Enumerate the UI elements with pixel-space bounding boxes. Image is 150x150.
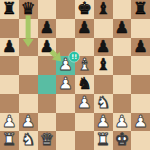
- square-f2[interactable]: ♟: [94, 113, 113, 132]
- square-b5[interactable]: [19, 56, 38, 75]
- piece-white-pawn-b2[interactable]: ♟: [21, 113, 36, 132]
- piece-white-queen-c1[interactable]: ♛: [39, 131, 54, 150]
- piece-white-knight-b1[interactable]: ♞: [21, 131, 36, 150]
- square-g3[interactable]: [113, 94, 132, 113]
- square-c5[interactable]: [38, 56, 57, 75]
- square-g7[interactable]: ♟: [113, 19, 132, 38]
- square-f6[interactable]: ♟: [94, 38, 113, 57]
- piece-white-pawn-e3[interactable]: ♟: [77, 94, 92, 113]
- square-g2[interactable]: ♟: [113, 113, 132, 132]
- square-d2[interactable]: [56, 113, 75, 132]
- square-d6[interactable]: [56, 38, 75, 57]
- square-d3[interactable]: [56, 94, 75, 113]
- square-e6[interactable]: [75, 38, 94, 57]
- chess-board-stage: ♜♛♚♝♜♟♟♟♟♟♟♟♟♝♝♟♞♟♞♟♟♟♟♟♜♞♛♜♚ !!: [0, 0, 150, 150]
- square-e2[interactable]: [75, 113, 94, 132]
- square-d7[interactable]: [56, 19, 75, 38]
- piece-white-pawn-d4[interactable]: ♟: [58, 75, 73, 94]
- square-g5[interactable]: [113, 56, 132, 75]
- square-e3[interactable]: ♟: [75, 94, 94, 113]
- square-b6[interactable]: [19, 38, 38, 57]
- square-h3[interactable]: [131, 94, 150, 113]
- square-h6[interactable]: ♟: [131, 38, 150, 57]
- square-g6[interactable]: [113, 38, 132, 57]
- piece-black-pawn-c7[interactable]: ♟: [39, 19, 54, 38]
- square-f5[interactable]: ♝: [94, 56, 113, 75]
- square-h8[interactable]: ♜: [131, 0, 150, 19]
- piece-black-pawn-a6[interactable]: ♟: [2, 38, 17, 57]
- piece-black-pawn-c6[interactable]: ♟: [39, 38, 54, 57]
- square-b2[interactable]: ♟: [19, 113, 38, 132]
- piece-white-rook-a1[interactable]: ♜: [2, 131, 17, 150]
- square-d5[interactable]: ♟: [56, 56, 75, 75]
- piece-white-bishop-e5[interactable]: ♝: [77, 56, 92, 75]
- piece-black-queen-b8[interactable]: ♛: [21, 0, 36, 19]
- square-a6[interactable]: ♟: [0, 38, 19, 57]
- square-h4[interactable]: [131, 75, 150, 94]
- square-c1[interactable]: ♛: [38, 131, 57, 150]
- piece-black-king-e8[interactable]: ♚: [77, 0, 92, 19]
- piece-black-bishop-f8[interactable]: ♝: [96, 0, 111, 19]
- piece-black-bishop-f5[interactable]: ♝: [96, 56, 111, 75]
- square-e5[interactable]: ♝: [75, 56, 94, 75]
- square-f7[interactable]: [94, 19, 113, 38]
- square-b8[interactable]: ♛: [19, 0, 38, 19]
- piece-black-pawn-e7[interactable]: ♟: [77, 19, 92, 38]
- square-c4[interactable]: [38, 75, 57, 94]
- chess-board: ♜♛♚♝♜♟♟♟♟♟♟♟♟♝♝♟♞♟♞♟♟♟♟♟♜♞♛♜♚: [0, 0, 150, 150]
- square-e8[interactable]: ♚: [75, 0, 94, 19]
- square-a7[interactable]: [0, 19, 19, 38]
- piece-white-pawn-f2[interactable]: ♟: [96, 113, 111, 132]
- square-b7[interactable]: [19, 19, 38, 38]
- square-b1[interactable]: ♞: [19, 131, 38, 150]
- square-e7[interactable]: ♟: [75, 19, 94, 38]
- piece-black-rook-a8[interactable]: ♜: [2, 0, 17, 19]
- piece-white-pawn-h2[interactable]: ♟: [133, 113, 148, 132]
- square-a8[interactable]: ♜: [0, 0, 19, 19]
- square-a2[interactable]: ♟: [0, 113, 19, 132]
- square-f3[interactable]: ♞: [94, 94, 113, 113]
- square-d1[interactable]: [56, 131, 75, 150]
- square-c8[interactable]: [38, 0, 57, 19]
- square-g8[interactable]: [113, 0, 132, 19]
- square-g4[interactable]: [113, 75, 132, 94]
- square-g1[interactable]: ♚: [113, 131, 132, 150]
- piece-black-pawn-g7[interactable]: ♟: [114, 19, 129, 38]
- square-a4[interactable]: [0, 75, 19, 94]
- square-h5[interactable]: [131, 56, 150, 75]
- square-c2[interactable]: [38, 113, 57, 132]
- square-a3[interactable]: [0, 94, 19, 113]
- piece-black-pawn-f6[interactable]: ♟: [96, 38, 111, 57]
- square-d8[interactable]: [56, 0, 75, 19]
- square-h2[interactable]: ♟: [131, 113, 150, 132]
- square-e1[interactable]: [75, 131, 94, 150]
- square-f1[interactable]: ♜: [94, 131, 113, 150]
- square-c3[interactable]: [38, 94, 57, 113]
- square-b4[interactable]: [19, 75, 38, 94]
- square-f4[interactable]: [94, 75, 113, 94]
- square-h1[interactable]: [131, 131, 150, 150]
- square-h7[interactable]: [131, 19, 150, 38]
- square-e4[interactable]: ♞: [75, 75, 94, 94]
- piece-white-rook-f1[interactable]: ♜: [96, 131, 111, 150]
- square-a5[interactable]: [0, 56, 19, 75]
- piece-white-pawn-d5[interactable]: ♟: [58, 56, 73, 75]
- piece-white-knight-f3[interactable]: ♞: [96, 94, 111, 113]
- square-a1[interactable]: ♜: [0, 131, 19, 150]
- piece-white-king-g1[interactable]: ♚: [114, 131, 129, 150]
- piece-black-pawn-h6[interactable]: ♟: [133, 38, 148, 57]
- piece-black-knight-e4[interactable]: ♞: [77, 75, 92, 94]
- square-d4[interactable]: ♟: [56, 75, 75, 94]
- square-b3[interactable]: [19, 94, 38, 113]
- square-f8[interactable]: ♝: [94, 0, 113, 19]
- piece-white-pawn-a2[interactable]: ♟: [2, 113, 17, 132]
- piece-white-pawn-g2[interactable]: ♟: [114, 113, 129, 132]
- square-c7[interactable]: ♟: [38, 19, 57, 38]
- square-c6[interactable]: ♟: [38, 38, 57, 57]
- piece-black-rook-h8[interactable]: ♜: [133, 0, 148, 19]
